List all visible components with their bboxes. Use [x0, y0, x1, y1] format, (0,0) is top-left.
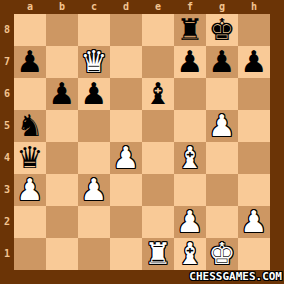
file-label-b: b	[46, 0, 78, 14]
white-bishop-f1[interactable]: ♝	[177, 238, 204, 270]
rank-label-8: 8	[0, 14, 14, 46]
chessgames-watermark: CHESSGAMES.COM	[189, 271, 282, 283]
rank-labels: 87654321	[0, 14, 14, 270]
white-pawn-a3[interactable]: ♟	[17, 174, 44, 206]
rank-label-3: 3	[0, 174, 14, 206]
rank-label-5: 5	[0, 110, 14, 142]
square-h5[interactable]	[238, 110, 270, 142]
square-b5[interactable]	[46, 110, 78, 142]
square-g3[interactable]	[206, 174, 238, 206]
white-pawn-d4[interactable]: ♟	[113, 142, 140, 174]
square-d6[interactable]	[110, 78, 142, 110]
square-g4[interactable]	[206, 142, 238, 174]
square-g5[interactable]: ♟	[206, 110, 238, 142]
square-c8[interactable]	[78, 14, 110, 46]
square-h3[interactable]	[238, 174, 270, 206]
black-pawn-b6[interactable]: ♟	[49, 78, 76, 110]
square-f4[interactable]: ♝	[174, 142, 206, 174]
white-pawn-h2[interactable]: ♟	[241, 206, 268, 238]
square-b6[interactable]: ♟	[46, 78, 78, 110]
square-f3[interactable]	[174, 174, 206, 206]
square-g1[interactable]: ♚	[206, 238, 238, 270]
white-bishop-f4[interactable]: ♝	[177, 142, 204, 174]
square-e8[interactable]	[142, 14, 174, 46]
chess-board: ♜♚♟♛♟♟♟♟♟♝♞♟♛♟♝♟♟♟♟♜♝♚	[14, 14, 270, 270]
square-c7[interactable]: ♛	[78, 46, 110, 78]
square-e6[interactable]: ♝	[142, 78, 174, 110]
black-pawn-f7[interactable]: ♟	[177, 46, 204, 78]
square-e4[interactable]	[142, 142, 174, 174]
square-c2[interactable]	[78, 206, 110, 238]
square-d1[interactable]	[110, 238, 142, 270]
square-b3[interactable]	[46, 174, 78, 206]
square-b4[interactable]	[46, 142, 78, 174]
square-a1[interactable]	[14, 238, 46, 270]
square-a6[interactable]	[14, 78, 46, 110]
square-f2[interactable]: ♟	[174, 206, 206, 238]
square-b2[interactable]	[46, 206, 78, 238]
white-pawn-f2[interactable]: ♟	[177, 206, 204, 238]
square-h7[interactable]: ♟	[238, 46, 270, 78]
square-g8[interactable]: ♚	[206, 14, 238, 46]
black-king-g8[interactable]: ♚	[209, 14, 236, 46]
rank-label-1: 1	[0, 238, 14, 270]
white-pawn-g5[interactable]: ♟	[209, 110, 236, 142]
black-rook-f8[interactable]: ♜	[177, 14, 204, 46]
square-f7[interactable]: ♟	[174, 46, 206, 78]
file-label-d: d	[110, 0, 142, 14]
square-e1[interactable]: ♜	[142, 238, 174, 270]
file-label-c: c	[78, 0, 110, 14]
black-pawn-h7[interactable]: ♟	[241, 46, 268, 78]
square-h4[interactable]	[238, 142, 270, 174]
square-f5[interactable]	[174, 110, 206, 142]
rank-label-2: 2	[0, 206, 14, 238]
black-bishop-e6[interactable]: ♝	[145, 78, 172, 110]
square-d8[interactable]	[110, 14, 142, 46]
square-e5[interactable]	[142, 110, 174, 142]
square-f1[interactable]: ♝	[174, 238, 206, 270]
chess-diagram: abcdefgh 87654321 ♜♚♟♛♟♟♟♟♟♝♞♟♛♟♝♟♟♟♟♜♝♚…	[0, 0, 284, 284]
rank-label-6: 6	[0, 78, 14, 110]
square-f6[interactable]	[174, 78, 206, 110]
white-pawn-c3[interactable]: ♟	[81, 174, 108, 206]
square-a8[interactable]	[14, 14, 46, 46]
square-c4[interactable]	[78, 142, 110, 174]
black-pawn-g7[interactable]: ♟	[209, 46, 236, 78]
square-a7[interactable]: ♟	[14, 46, 46, 78]
white-queen-c7[interactable]: ♛	[81, 46, 108, 78]
file-label-h: h	[238, 0, 270, 14]
square-a2[interactable]	[14, 206, 46, 238]
black-pawn-a7[interactable]: ♟	[17, 46, 44, 78]
black-pawn-c6[interactable]: ♟	[81, 78, 108, 110]
white-king-g1[interactable]: ♚	[209, 238, 236, 270]
rank-label-7: 7	[0, 46, 14, 78]
square-b7[interactable]	[46, 46, 78, 78]
square-d4[interactable]: ♟	[110, 142, 142, 174]
square-b1[interactable]	[46, 238, 78, 270]
square-c1[interactable]	[78, 238, 110, 270]
square-d7[interactable]	[110, 46, 142, 78]
file-label-a: a	[14, 0, 46, 14]
square-b8[interactable]	[46, 14, 78, 46]
square-h8[interactable]	[238, 14, 270, 46]
square-f8[interactable]: ♜	[174, 14, 206, 46]
square-h1[interactable]	[238, 238, 270, 270]
square-d3[interactable]	[110, 174, 142, 206]
white-rook-e1[interactable]: ♜	[145, 238, 172, 270]
square-c6[interactable]: ♟	[78, 78, 110, 110]
square-g6[interactable]	[206, 78, 238, 110]
square-a3[interactable]: ♟	[14, 174, 46, 206]
square-h2[interactable]: ♟	[238, 206, 270, 238]
black-queen-a4[interactable]: ♛	[17, 142, 44, 174]
square-a5[interactable]: ♞	[14, 110, 46, 142]
square-e2[interactable]	[142, 206, 174, 238]
black-knight-a5[interactable]: ♞	[17, 110, 44, 142]
square-c5[interactable]	[78, 110, 110, 142]
rank-label-4: 4	[0, 142, 14, 174]
square-h6[interactable]	[238, 78, 270, 110]
file-label-e: e	[142, 0, 174, 14]
square-g2[interactable]	[206, 206, 238, 238]
square-c3[interactable]: ♟	[78, 174, 110, 206]
square-e3[interactable]	[142, 174, 174, 206]
square-g7[interactable]: ♟	[206, 46, 238, 78]
square-a4[interactable]: ♛	[14, 142, 46, 174]
square-d2[interactable]	[110, 206, 142, 238]
square-e7[interactable]	[142, 46, 174, 78]
square-d5[interactable]	[110, 110, 142, 142]
